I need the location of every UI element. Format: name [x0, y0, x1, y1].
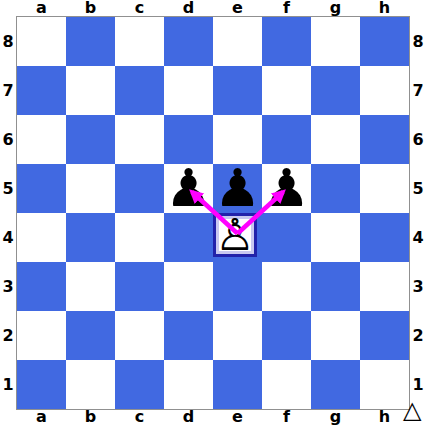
file-label-c: c — [115, 0, 164, 16]
square-f1[interactable] — [262, 360, 311, 409]
selected-square-inner: ♙ — [216, 216, 254, 254]
rank-label-8: 8 — [0, 17, 16, 66]
square-f5[interactable]: ♟ — [262, 164, 311, 213]
square-a7[interactable] — [17, 66, 66, 115]
chess-diagram: abcdefgh abcdefgh 87654321 87654321 ♟♟♟♙… — [0, 0, 426, 426]
file-label-g: g — [311, 0, 360, 16]
square-h6[interactable] — [360, 115, 409, 164]
square-e3[interactable] — [213, 262, 262, 311]
rank-label-8: 8 — [410, 17, 426, 66]
file-label-b: b — [66, 409, 115, 425]
square-b4[interactable] — [66, 213, 115, 262]
rank-label-7: 7 — [410, 66, 426, 115]
rank-label-5: 5 — [410, 164, 426, 213]
square-h1[interactable] — [360, 360, 409, 409]
square-g8[interactable] — [311, 17, 360, 66]
square-c7[interactable] — [115, 66, 164, 115]
square-h7[interactable] — [360, 66, 409, 115]
file-labels-top: abcdefgh — [17, 0, 409, 16]
square-d6[interactable] — [164, 115, 213, 164]
square-b5[interactable] — [66, 164, 115, 213]
square-b2[interactable] — [66, 311, 115, 360]
rank-label-7: 7 — [0, 66, 16, 115]
square-h2[interactable] — [360, 311, 409, 360]
square-f4[interactable] — [262, 213, 311, 262]
square-e6[interactable] — [213, 115, 262, 164]
square-a8[interactable] — [17, 17, 66, 66]
rank-label-6: 6 — [410, 115, 426, 164]
square-b6[interactable] — [66, 115, 115, 164]
square-c4[interactable] — [115, 213, 164, 262]
square-d4[interactable] — [164, 213, 213, 262]
square-e4[interactable]: ♙ — [213, 213, 262, 262]
file-label-d: d — [164, 0, 213, 16]
square-c6[interactable] — [115, 115, 164, 164]
rank-label-2: 2 — [0, 311, 16, 360]
square-c5[interactable] — [115, 164, 164, 213]
square-d8[interactable] — [164, 17, 213, 66]
square-e1[interactable] — [213, 360, 262, 409]
rank-label-5: 5 — [0, 164, 16, 213]
square-a2[interactable] — [17, 311, 66, 360]
square-b7[interactable] — [66, 66, 115, 115]
square-a6[interactable] — [17, 115, 66, 164]
white-to-move-indicator: △ — [403, 397, 421, 423]
square-d1[interactable] — [164, 360, 213, 409]
square-a4[interactable] — [17, 213, 66, 262]
square-g5[interactable] — [311, 164, 360, 213]
rank-label-3: 3 — [0, 262, 16, 311]
square-a3[interactable] — [17, 262, 66, 311]
file-label-h: h — [360, 409, 409, 425]
square-c1[interactable] — [115, 360, 164, 409]
square-f3[interactable] — [262, 262, 311, 311]
square-d3[interactable] — [164, 262, 213, 311]
selected-square-marker: ♙ — [213, 213, 257, 257]
square-g6[interactable] — [311, 115, 360, 164]
black-pawn-d5[interactable]: ♟ — [165, 164, 212, 213]
square-g7[interactable] — [311, 66, 360, 115]
square-b1[interactable] — [66, 360, 115, 409]
rank-label-2: 2 — [410, 311, 426, 360]
square-d2[interactable] — [164, 311, 213, 360]
black-pawn-f5[interactable]: ♟ — [263, 164, 310, 213]
square-g4[interactable] — [311, 213, 360, 262]
square-f6[interactable] — [262, 115, 311, 164]
square-g2[interactable] — [311, 311, 360, 360]
square-a5[interactable] — [17, 164, 66, 213]
square-b3[interactable] — [66, 262, 115, 311]
file-label-a: a — [17, 0, 66, 16]
square-e7[interactable] — [213, 66, 262, 115]
square-a1[interactable] — [17, 360, 66, 409]
square-h3[interactable] — [360, 262, 409, 311]
square-e8[interactable] — [213, 17, 262, 66]
file-label-h: h — [360, 0, 409, 16]
square-e5[interactable]: ♟ — [213, 164, 262, 213]
rank-label-6: 6 — [0, 115, 16, 164]
square-f7[interactable] — [262, 66, 311, 115]
square-f8[interactable] — [262, 17, 311, 66]
file-label-c: c — [115, 409, 164, 425]
file-label-f: f — [262, 0, 311, 16]
square-c3[interactable] — [115, 262, 164, 311]
rank-label-4: 4 — [0, 213, 16, 262]
rank-label-3: 3 — [410, 262, 426, 311]
black-pawn-e5[interactable]: ♟ — [214, 164, 261, 213]
square-h4[interactable] — [360, 213, 409, 262]
rank-label-1: 1 — [0, 360, 16, 409]
file-label-d: d — [164, 409, 213, 425]
square-g1[interactable] — [311, 360, 360, 409]
rank-label-4: 4 — [410, 213, 426, 262]
square-c8[interactable] — [115, 17, 164, 66]
square-b8[interactable] — [66, 17, 115, 66]
file-labels-bottom: abcdefgh — [17, 409, 409, 425]
white-pawn-e4[interactable]: ♙ — [215, 219, 254, 251]
square-d5[interactable]: ♟ — [164, 164, 213, 213]
square-e2[interactable] — [213, 311, 262, 360]
file-label-e: e — [213, 0, 262, 16]
chessboard: ♟♟♟♙ — [16, 16, 410, 410]
square-h5[interactable] — [360, 164, 409, 213]
square-g3[interactable] — [311, 262, 360, 311]
rank-labels-right: 87654321 — [410, 17, 426, 409]
file-label-f: f — [262, 409, 311, 425]
file-label-b: b — [66, 0, 115, 16]
file-label-a: a — [17, 409, 66, 425]
rank-labels-left: 87654321 — [0, 17, 16, 409]
square-c2[interactable] — [115, 311, 164, 360]
square-f2[interactable] — [262, 311, 311, 360]
square-h8[interactable] — [360, 17, 409, 66]
square-d7[interactable] — [164, 66, 213, 115]
file-label-g: g — [311, 409, 360, 425]
file-label-e: e — [213, 409, 262, 425]
